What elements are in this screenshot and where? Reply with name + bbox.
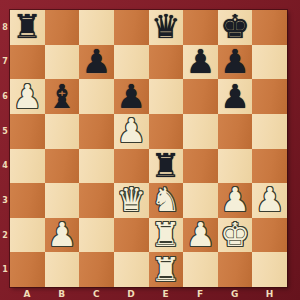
black-rook[interactable]: ♜ [13,10,43,44]
black-pawn[interactable]: ♟ [220,80,250,114]
square-f5[interactable] [183,114,218,149]
chess-board-frame: ♜♛♚♟♟♟♟♝♟♟♟♜♛♞♟♟♟♜♟♚♜ 87654321 ABCDEFGH [0,0,300,300]
square-d5[interactable]: ♟ [114,114,149,149]
white-king[interactable]: ♚ [220,218,250,252]
square-e3[interactable]: ♞ [149,183,184,218]
square-b6[interactable]: ♝ [45,79,80,114]
square-b3[interactable] [45,183,80,218]
square-d4[interactable] [114,149,149,184]
white-rook[interactable]: ♜ [151,218,181,252]
square-b7[interactable] [45,45,80,80]
file-label-f: F [183,287,218,300]
file-label-d: D [114,287,149,300]
black-pawn[interactable]: ♟ [186,45,216,79]
square-d3[interactable]: ♛ [114,183,149,218]
rank-label-1: 1 [0,252,10,287]
square-h4[interactable] [252,149,287,184]
file-label-c: C [79,287,114,300]
square-f3[interactable] [183,183,218,218]
square-d7[interactable] [114,45,149,80]
file-label-h: H [252,287,287,300]
square-a6[interactable]: ♟ [10,79,45,114]
square-e8[interactable]: ♛ [149,10,184,45]
square-f8[interactable] [183,10,218,45]
square-h6[interactable] [252,79,287,114]
rank-label-8: 8 [0,10,10,45]
rank-label-6: 6 [0,79,10,114]
black-king[interactable]: ♚ [220,10,250,44]
black-pawn[interactable]: ♟ [82,45,112,79]
file-label-e: E [149,287,184,300]
white-pawn[interactable]: ♟ [220,183,250,217]
square-c8[interactable] [79,10,114,45]
square-a2[interactable] [10,218,45,253]
square-b1[interactable] [45,252,80,287]
square-g2[interactable]: ♚ [218,218,253,253]
file-labels: ABCDEFGH [10,287,287,300]
black-pawn[interactable]: ♟ [220,45,250,79]
square-g7[interactable]: ♟ [218,45,253,80]
square-c2[interactable] [79,218,114,253]
square-b2[interactable]: ♟ [45,218,80,253]
square-e2[interactable]: ♜ [149,218,184,253]
square-d8[interactable] [114,10,149,45]
square-e6[interactable] [149,79,184,114]
square-c6[interactable] [79,79,114,114]
file-label-b: B [45,287,80,300]
square-g5[interactable] [218,114,253,149]
square-h1[interactable] [252,252,287,287]
square-f7[interactable]: ♟ [183,45,218,80]
square-h7[interactable] [252,45,287,80]
square-c5[interactable] [79,114,114,149]
square-a8[interactable]: ♜ [10,10,45,45]
black-rook[interactable]: ♜ [151,149,181,183]
square-c7[interactable]: ♟ [79,45,114,80]
square-h8[interactable] [252,10,287,45]
square-d2[interactable] [114,218,149,253]
square-h2[interactable] [252,218,287,253]
square-e7[interactable] [149,45,184,80]
square-e4[interactable]: ♜ [149,149,184,184]
square-b5[interactable] [45,114,80,149]
white-pawn[interactable]: ♟ [255,183,285,217]
square-g4[interactable] [218,149,253,184]
square-a7[interactable] [10,45,45,80]
square-a1[interactable] [10,252,45,287]
white-queen[interactable]: ♛ [116,183,146,217]
square-d6[interactable]: ♟ [114,79,149,114]
rank-label-5: 5 [0,114,10,149]
black-pawn[interactable]: ♟ [116,80,146,114]
black-bishop[interactable]: ♝ [47,80,77,114]
square-f1[interactable] [183,252,218,287]
square-b8[interactable] [45,10,80,45]
rank-label-4: 4 [0,149,10,184]
white-pawn[interactable]: ♟ [116,114,146,148]
square-h5[interactable] [252,114,287,149]
black-queen[interactable]: ♛ [151,10,181,44]
chess-board: ♜♛♚♟♟♟♟♝♟♟♟♜♛♞♟♟♟♜♟♚♜ [10,10,287,287]
square-b4[interactable] [45,149,80,184]
square-a3[interactable] [10,183,45,218]
square-g3[interactable]: ♟ [218,183,253,218]
file-label-g: G [218,287,253,300]
square-a4[interactable] [10,149,45,184]
white-pawn[interactable]: ♟ [47,218,77,252]
rank-label-3: 3 [0,183,10,218]
file-label-a: A [10,287,45,300]
square-g1[interactable] [218,252,253,287]
square-f6[interactable] [183,79,218,114]
white-pawn[interactable]: ♟ [186,218,216,252]
square-g8[interactable]: ♚ [218,10,253,45]
white-rook[interactable]: ♜ [151,253,181,287]
rank-label-7: 7 [0,45,10,80]
square-f4[interactable] [183,149,218,184]
square-a5[interactable] [10,114,45,149]
rank-label-2: 2 [0,218,10,253]
square-d1[interactable] [114,252,149,287]
square-e5[interactable] [149,114,184,149]
square-e1[interactable]: ♜ [149,252,184,287]
white-pawn[interactable]: ♟ [13,80,43,114]
square-c3[interactable] [79,183,114,218]
square-h3[interactable]: ♟ [252,183,287,218]
white-knight[interactable]: ♞ [151,183,181,217]
square-f2[interactable]: ♟ [183,218,218,253]
square-c4[interactable] [79,149,114,184]
rank-labels: 87654321 [0,10,10,287]
square-c1[interactable] [79,252,114,287]
square-g6[interactable]: ♟ [218,79,253,114]
